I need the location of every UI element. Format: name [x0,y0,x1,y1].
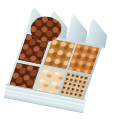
compartment-right-back [68,44,99,74]
divider-fin [66,14,90,43]
divider-fin [86,18,110,47]
acrylic-tray [2,4,110,114]
product-photo [0,0,119,119]
